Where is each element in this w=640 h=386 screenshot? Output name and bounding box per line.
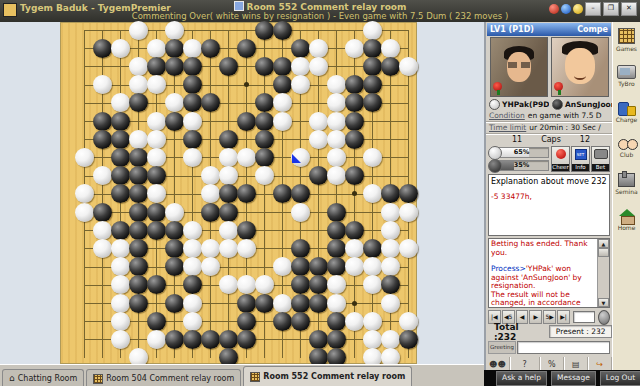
white-stone bbox=[147, 184, 166, 203]
black-stone bbox=[237, 112, 256, 131]
white-stone bbox=[327, 112, 346, 131]
black-stone bbox=[129, 221, 148, 240]
ask-a-help-button[interactable]: Ask a help bbox=[496, 371, 547, 386]
black-stone bbox=[255, 21, 274, 40]
home-house-icon bbox=[619, 209, 635, 223]
white-player-photo bbox=[490, 37, 548, 97]
white-stone bbox=[327, 93, 346, 112]
black-stone bbox=[255, 93, 274, 112]
black-stone bbox=[147, 221, 166, 240]
scroll-thumb[interactable] bbox=[598, 248, 609, 257]
black-betting-bar[interactable]: 35% bbox=[494, 160, 549, 171]
white-stone bbox=[147, 148, 166, 167]
white-stone bbox=[381, 221, 400, 240]
glasses bbox=[508, 62, 530, 68]
white-stone bbox=[75, 184, 94, 203]
white-stone bbox=[165, 93, 184, 112]
white-stone bbox=[93, 239, 112, 258]
black-stone bbox=[165, 112, 184, 131]
white-stone bbox=[111, 93, 130, 112]
white-stone bbox=[309, 39, 328, 58]
sidebar-item-semina[interactable]: Semina bbox=[613, 166, 640, 202]
white-stone bbox=[381, 203, 400, 222]
white-stone bbox=[345, 39, 364, 58]
last-move-marker bbox=[292, 154, 301, 163]
minimize-button[interactable]: – bbox=[585, 2, 601, 16]
explanation-comment: -5 33477h, bbox=[491, 192, 607, 201]
black-stone bbox=[309, 166, 328, 185]
cheer-label: Cheer bbox=[552, 164, 569, 171]
white-stone bbox=[363, 21, 382, 40]
footer-bar: Ask a help Message Log Out bbox=[484, 370, 640, 386]
game-status-subtitle: Commenting Over( white wins by resignati… bbox=[60, 11, 580, 21]
black-stone bbox=[147, 203, 166, 222]
time-limit-row: Time limitur 20min : 30 Sec / bbox=[486, 122, 612, 134]
white-stone bbox=[219, 275, 238, 294]
black-stone bbox=[237, 39, 256, 58]
log-out-button[interactable]: Log Out bbox=[600, 371, 640, 386]
white-stone bbox=[75, 203, 94, 222]
chat-faces-icon: ☻☻ bbox=[489, 360, 506, 369]
white-stone bbox=[183, 294, 202, 313]
black-stone bbox=[201, 39, 220, 58]
white-stone bbox=[111, 239, 130, 258]
white-stone bbox=[219, 239, 238, 258]
white-stone bbox=[291, 203, 310, 222]
club-label: Club bbox=[620, 151, 633, 158]
white-stone bbox=[327, 130, 346, 149]
white-stone bbox=[111, 330, 130, 349]
black-stone bbox=[255, 112, 274, 131]
black-stone bbox=[111, 148, 130, 167]
white-stone bbox=[237, 275, 256, 294]
black-stone bbox=[165, 221, 184, 240]
tygem-client-window: Tygem Baduk - TygemPremier Room 552 Comm… bbox=[0, 0, 640, 386]
white-player-name-row[interactable]: YHPak(P9D) bbox=[486, 98, 549, 110]
charge-label: Charge bbox=[616, 116, 638, 123]
panel-header: LV1 (P1D) Compe bbox=[487, 23, 611, 36]
white-stone bbox=[363, 330, 382, 349]
quit-arrow-icon: ↪ bbox=[596, 360, 603, 369]
white-stone bbox=[381, 294, 400, 313]
white-stone bbox=[363, 275, 382, 294]
club-faces-icon bbox=[618, 138, 636, 150]
white-stone bbox=[129, 21, 148, 40]
black-stone bbox=[147, 312, 166, 331]
black-bet-percent: 35% bbox=[495, 161, 548, 170]
side-toolbar: Games TyBro Charge Club Semina Home bbox=[612, 22, 640, 370]
black-stone bbox=[93, 203, 112, 222]
white-stone bbox=[381, 257, 400, 276]
white-stone bbox=[345, 257, 364, 276]
white-stone bbox=[147, 39, 166, 58]
black-bar-knob[interactable] bbox=[488, 159, 502, 173]
white-stone bbox=[327, 275, 346, 294]
white-stone bbox=[93, 75, 112, 94]
black-stone bbox=[399, 184, 418, 203]
white-stone bbox=[255, 166, 274, 185]
time-limit-label: Time limit bbox=[489, 123, 526, 132]
tab-room-504[interactable]: Room 504 Comment relay room bbox=[86, 369, 241, 386]
tv-icon bbox=[617, 65, 636, 79]
black-stone bbox=[327, 203, 346, 222]
black-stone bbox=[291, 294, 310, 313]
white-stone bbox=[183, 112, 202, 131]
mini-board-icon bbox=[93, 374, 103, 384]
black-stone bbox=[219, 203, 238, 222]
black-stone bbox=[291, 39, 310, 58]
white-stone bbox=[363, 184, 382, 203]
white-stone bbox=[381, 39, 400, 58]
time-limit-value: ur 20min : 30 Sec / bbox=[529, 123, 601, 132]
white-stone bbox=[309, 130, 328, 149]
black-stone bbox=[273, 312, 292, 331]
smile bbox=[574, 72, 586, 80]
message-scrollbar[interactable]: ▲ ▼ bbox=[597, 239, 609, 307]
go-board[interactable] bbox=[60, 22, 417, 364]
white-stone bbox=[201, 166, 220, 185]
white-stone bbox=[129, 75, 148, 94]
house-icon: ⌂ bbox=[9, 374, 15, 383]
white-stone bbox=[201, 257, 220, 276]
black-stone bbox=[363, 75, 382, 94]
go-board-icon bbox=[618, 28, 635, 44]
white-stone bbox=[111, 39, 130, 58]
close-button[interactable]: ✕ bbox=[621, 2, 637, 16]
rules-note: The result will not be changed, in accor… bbox=[491, 291, 596, 309]
white-stone bbox=[111, 294, 130, 313]
move-number-input[interactable] bbox=[573, 311, 595, 323]
white-stone bbox=[93, 166, 112, 185]
room-icon bbox=[234, 1, 244, 11]
black-stone bbox=[201, 93, 220, 112]
sidebar-item-tybro[interactable]: TyBro bbox=[613, 58, 640, 94]
black-stone bbox=[183, 93, 202, 112]
black-stone bbox=[183, 330, 202, 349]
total-moves-label: Total :232 bbox=[494, 322, 541, 342]
white-stone bbox=[183, 148, 202, 167]
sidebar-item-home[interactable]: Home bbox=[613, 202, 640, 238]
black-stone bbox=[201, 203, 220, 222]
white-stone bbox=[273, 294, 292, 313]
caps-label: Caps bbox=[541, 134, 561, 145]
explanation-box[interactable]: Explanation about move 232 -5 33477h, bbox=[488, 174, 610, 236]
compe-label: Compe bbox=[577, 25, 608, 34]
captures-row: 11 Caps 12 bbox=[486, 134, 612, 145]
white-stone bbox=[183, 239, 202, 258]
greeting-label: Greeting bbox=[488, 341, 516, 354]
mini-board-icon bbox=[250, 372, 260, 382]
black-stone bbox=[381, 184, 400, 203]
white-stone bbox=[219, 148, 238, 167]
condition-value: en game with 7.5 D bbox=[528, 111, 602, 120]
white-stone bbox=[183, 312, 202, 331]
black-stone bbox=[129, 275, 148, 294]
rose-icon bbox=[554, 82, 563, 94]
white-bar-knob[interactable] bbox=[488, 146, 502, 160]
black-stone bbox=[345, 221, 364, 240]
black-stone bbox=[255, 130, 274, 149]
white-stone bbox=[201, 184, 220, 203]
present-move-box: Present : 232 bbox=[549, 325, 612, 338]
white-stone bbox=[165, 203, 184, 222]
black-stone bbox=[237, 221, 256, 240]
black-stone bbox=[147, 166, 166, 185]
white-stone bbox=[273, 93, 292, 112]
black-stone bbox=[363, 39, 382, 58]
black-stone bbox=[309, 330, 328, 349]
black-stone bbox=[273, 57, 292, 76]
black-stone bbox=[273, 21, 292, 40]
condition-label: Condition bbox=[489, 111, 525, 120]
black-player-photo bbox=[551, 37, 609, 97]
black-stone bbox=[327, 221, 346, 240]
bulb-icon[interactable] bbox=[573, 4, 583, 14]
hoshi-point bbox=[244, 82, 249, 87]
black-stone bbox=[219, 330, 238, 349]
black-stone bbox=[291, 239, 310, 258]
black-stone bbox=[237, 184, 256, 203]
black-stone bbox=[165, 257, 184, 276]
rose-icon bbox=[493, 82, 502, 94]
black-stone bbox=[129, 294, 148, 313]
white-captures: 11 bbox=[512, 134, 522, 145]
black-stone bbox=[309, 275, 328, 294]
message-button[interactable]: Message bbox=[551, 371, 596, 386]
black-stone bbox=[165, 57, 184, 76]
black-stone bbox=[309, 257, 328, 276]
black-stone bbox=[183, 275, 202, 294]
sidebar-item-club[interactable]: Club bbox=[613, 130, 640, 166]
white-stone bbox=[201, 239, 220, 258]
black-stone bbox=[255, 148, 274, 167]
white-stone bbox=[129, 57, 148, 76]
white-stone bbox=[147, 330, 166, 349]
black-stone bbox=[147, 275, 166, 294]
tab-chatting-room[interactable]: ⌂ Chatting Room bbox=[2, 369, 84, 386]
black-stone bbox=[129, 203, 148, 222]
white-stone bbox=[273, 257, 292, 276]
scroll-up-icon[interactable]: ▲ bbox=[598, 239, 609, 248]
black-player-name-row[interactable]: AnSungJoon(P bbox=[549, 98, 612, 110]
black-stone bbox=[129, 239, 148, 258]
black-stone bbox=[327, 330, 346, 349]
black-stone bbox=[111, 130, 130, 149]
black-stone bbox=[237, 330, 256, 349]
white-player-name: YHPak(P9D) bbox=[502, 100, 549, 109]
game-info-panel: LV1 (P1D) Compe YHPak(P9D) bbox=[484, 22, 612, 370]
black-stone bbox=[237, 294, 256, 313]
black-player-name: AnSungJoon(P bbox=[565, 100, 612, 109]
white-stone bbox=[147, 130, 166, 149]
white-stone bbox=[363, 312, 382, 331]
scroll-down-icon[interactable]: ▼ bbox=[598, 298, 609, 307]
greeting-input[interactable] bbox=[517, 341, 610, 354]
bet-button[interactable]: Bet bbox=[591, 146, 610, 172]
white-betting-bar[interactable]: 65% bbox=[494, 147, 549, 158]
black-stone bbox=[201, 330, 220, 349]
black-stone bbox=[309, 294, 328, 313]
white-stone bbox=[309, 112, 328, 131]
white-stone bbox=[147, 112, 166, 131]
set-info-icon: SET bbox=[575, 149, 587, 160]
tybro-label: TyBro bbox=[618, 80, 634, 87]
black-stone bbox=[165, 39, 184, 58]
white-stone bbox=[399, 203, 418, 222]
white-stone bbox=[75, 148, 94, 167]
white-stone bbox=[345, 312, 364, 331]
info-button[interactable]: SET Info bbox=[571, 146, 590, 172]
tab-label: Room 552 Comment relay room bbox=[263, 369, 405, 385]
restore-button[interactable]: ❐ bbox=[603, 2, 619, 16]
go-button[interactable] bbox=[598, 310, 610, 325]
black-stone bbox=[183, 130, 202, 149]
black-stone bbox=[111, 221, 130, 240]
black-stone bbox=[345, 93, 364, 112]
message-box[interactable]: Betting has ended. Thank you. Process>'Y… bbox=[488, 238, 610, 308]
black-stone bbox=[381, 57, 400, 76]
black-stone bbox=[291, 275, 310, 294]
black-stone bbox=[165, 294, 184, 313]
app-icon bbox=[3, 3, 17, 17]
black-stone bbox=[291, 312, 310, 331]
white-stone bbox=[219, 221, 238, 240]
black-stone bbox=[399, 330, 418, 349]
black-stone bbox=[327, 312, 346, 331]
white-stone bbox=[183, 257, 202, 276]
menu-book-icon: ▤ bbox=[572, 360, 580, 369]
globe-icon[interactable] bbox=[561, 4, 571, 14]
black-stone bbox=[183, 75, 202, 94]
white-stone bbox=[129, 130, 148, 149]
black-stone bbox=[291, 184, 310, 203]
white-stone bbox=[363, 148, 382, 167]
level-label: LV1 (P1D) bbox=[490, 25, 534, 34]
black-stone bbox=[327, 239, 346, 258]
white-stone bbox=[147, 75, 166, 94]
black-stone bbox=[93, 130, 112, 149]
black-stone bbox=[345, 166, 364, 185]
black-stone bbox=[165, 239, 184, 258]
seminar-machine-icon bbox=[618, 173, 635, 187]
title-bar: Tygem Baduk - TygemPremier Room 552 Comm… bbox=[0, 0, 640, 22]
black-stone bbox=[111, 112, 130, 131]
white-stone bbox=[327, 148, 346, 167]
white-stone bbox=[165, 21, 184, 40]
black-stone bbox=[255, 294, 274, 313]
black-stone bbox=[255, 57, 274, 76]
black-stone bbox=[363, 57, 382, 76]
black-stone bbox=[93, 112, 112, 131]
info-label: Info bbox=[572, 164, 589, 171]
tab-label: Chatting Room bbox=[18, 371, 78, 386]
palette-icon[interactable] bbox=[549, 4, 559, 14]
white-stone bbox=[111, 275, 130, 294]
forward-5-button[interactable]: 5▶ bbox=[543, 310, 556, 324]
white-stone bbox=[399, 239, 418, 258]
black-stone bbox=[345, 112, 364, 131]
bet-label: Bet bbox=[592, 164, 609, 171]
black-stone bbox=[111, 184, 130, 203]
white-stone bbox=[255, 275, 274, 294]
semina-label: Semina bbox=[615, 188, 638, 195]
review-icon: % bbox=[548, 360, 556, 369]
black-stone bbox=[363, 93, 382, 112]
explanation-title: Explanation about move 232 bbox=[491, 177, 607, 186]
tab-room-552[interactable]: Room 552 Comment relay room bbox=[243, 366, 412, 386]
black-stone bbox=[273, 75, 292, 94]
sequence-icon: ? bbox=[523, 360, 527, 369]
white-stone bbox=[399, 57, 418, 76]
black-stone bbox=[273, 184, 292, 203]
last-move-button[interactable]: ▶| bbox=[557, 310, 570, 324]
condition-row: Conditionen game with 7.5 D bbox=[486, 110, 612, 122]
black-stone bbox=[129, 184, 148, 203]
black-stone bbox=[345, 130, 364, 149]
black-stone bbox=[363, 239, 382, 258]
black-stone bbox=[237, 312, 256, 331]
black-captures: 12 bbox=[580, 134, 590, 145]
white-stone bbox=[291, 75, 310, 94]
white-stone bbox=[327, 294, 346, 313]
cheer-button[interactable]: Cheer bbox=[551, 146, 570, 172]
white-stone bbox=[93, 221, 112, 240]
black-stone bbox=[327, 257, 346, 276]
games-label: Games bbox=[616, 45, 637, 52]
black-stone bbox=[219, 130, 238, 149]
hoshi-point bbox=[352, 191, 357, 196]
white-stone bbox=[345, 239, 364, 258]
white-stone bbox=[309, 57, 328, 76]
white-stone bbox=[111, 257, 130, 276]
white-stone bbox=[183, 39, 202, 58]
bet-icon bbox=[594, 149, 608, 159]
white-stone bbox=[381, 239, 400, 258]
white-stone bbox=[399, 312, 418, 331]
black-stone bbox=[219, 184, 238, 203]
white-stone bbox=[237, 148, 256, 167]
sidebar-item-charge[interactable]: Charge bbox=[613, 94, 640, 130]
white-stone bbox=[363, 257, 382, 276]
black-stone bbox=[183, 57, 202, 76]
black-stone bbox=[345, 75, 364, 94]
black-stone bbox=[129, 148, 148, 167]
cheer-ball-icon bbox=[556, 149, 566, 159]
white-stone bbox=[291, 57, 310, 76]
white-stone-icon bbox=[489, 99, 500, 110]
tab-label: Room 504 Comment relay room bbox=[106, 371, 234, 386]
white-stone bbox=[219, 166, 238, 185]
home-label: Home bbox=[618, 224, 636, 231]
black-stone bbox=[129, 257, 148, 276]
black-stone bbox=[129, 93, 148, 112]
white-stone bbox=[381, 330, 400, 349]
black-stone bbox=[219, 57, 238, 76]
betting-ended-message: Betting has ended. Thank you. bbox=[491, 240, 596, 257]
white-stone bbox=[183, 221, 202, 240]
black-stone bbox=[381, 275, 400, 294]
black-stone bbox=[291, 257, 310, 276]
room-tab-bar: ⌂ Chatting Room Room 504 Comment relay r… bbox=[0, 364, 484, 386]
sidebar-item-games[interactable]: Games bbox=[613, 22, 640, 58]
black-stone-icon bbox=[552, 99, 563, 110]
black-stone bbox=[93, 39, 112, 58]
white-stone bbox=[237, 239, 256, 258]
white-bet-percent: 65% bbox=[495, 148, 548, 157]
black-stone bbox=[111, 166, 130, 185]
black-stone bbox=[147, 57, 166, 76]
black-stone bbox=[129, 166, 148, 185]
